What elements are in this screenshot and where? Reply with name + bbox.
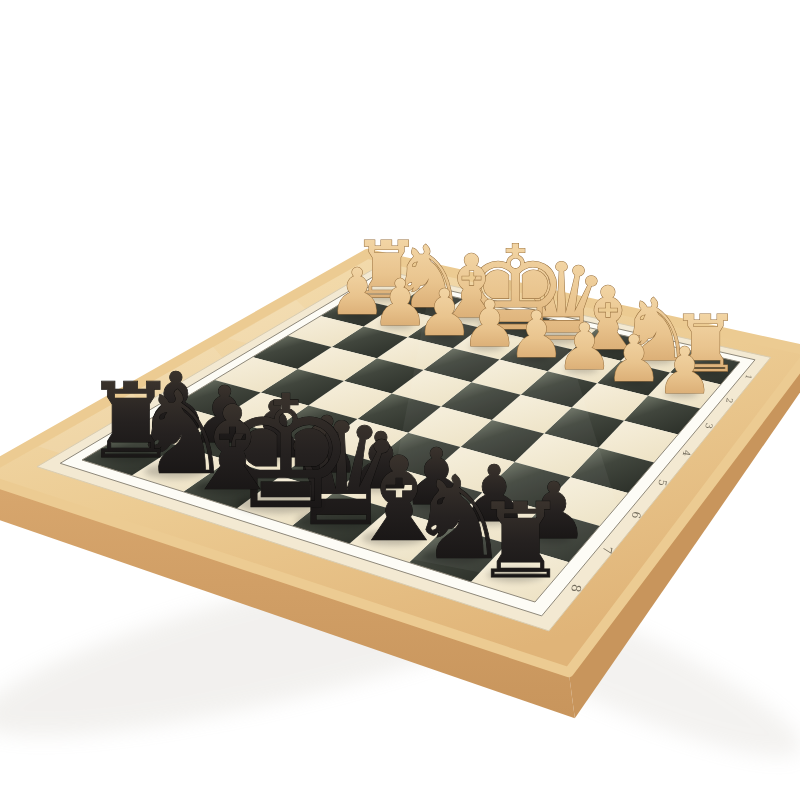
chess-set-photo: 12345678♜♞♝♛♚♝♞♜♟♟♟♟♟♟♟♟♟♟♟♟♟♟♟♟♜♞♝♛♚♝♞♜ [0,0,800,800]
board-svg: 12345678♜♞♝♛♚♝♞♜♟♟♟♟♟♟♟♟♟♟♟♟♟♟♟♟♜♞♝♛♚♝♞♜ [0,0,800,800]
piece-white-pawn-b2[interactable]: ♟ [605,322,662,396]
piece-black-rook-h8[interactable]: ♜ [84,360,177,482]
piece-white-pawn-a2[interactable]: ♟ [656,334,713,408]
piece-white-pawn-h2[interactable]: ♟ [328,255,385,329]
